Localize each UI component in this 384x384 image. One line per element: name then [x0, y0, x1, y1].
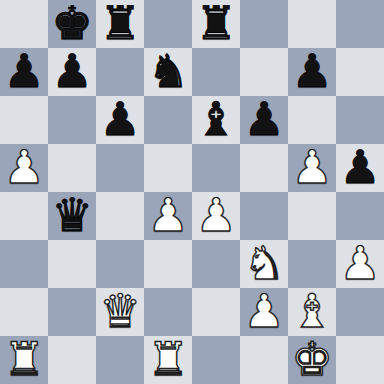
square-f1[interactable] — [240, 336, 288, 384]
square-g7[interactable]: ♟ — [288, 48, 336, 96]
white-pawn-h3[interactable]: ♟ — [339, 240, 380, 287]
black-bishop-e6[interactable]: ♝ — [195, 96, 236, 143]
white-rook-d1[interactable]: ♜ — [147, 336, 188, 383]
white-queen-c2[interactable]: ♛ — [99, 288, 140, 335]
square-d7[interactable]: ♞ — [144, 48, 192, 96]
white-king-g1[interactable]: ♚ — [291, 336, 332, 383]
square-g8[interactable] — [288, 0, 336, 48]
square-c5[interactable] — [96, 144, 144, 192]
square-b4[interactable]: ♛ — [48, 192, 96, 240]
square-d1[interactable]: ♜ — [144, 336, 192, 384]
square-e8[interactable]: ♜ — [192, 0, 240, 48]
square-a2[interactable] — [0, 288, 48, 336]
square-e2[interactable] — [192, 288, 240, 336]
square-c6[interactable]: ♟ — [96, 96, 144, 144]
square-f4[interactable] — [240, 192, 288, 240]
white-pawn-f2[interactable]: ♟ — [243, 288, 284, 335]
square-c4[interactable] — [96, 192, 144, 240]
square-e6[interactable]: ♝ — [192, 96, 240, 144]
black-pawn-g7[interactable]: ♟ — [291, 48, 332, 95]
black-rook-e8[interactable]: ♜ — [195, 0, 236, 47]
square-e1[interactable] — [192, 336, 240, 384]
square-d3[interactable] — [144, 240, 192, 288]
square-c8[interactable]: ♜ — [96, 0, 144, 48]
square-f7[interactable] — [240, 48, 288, 96]
square-e4[interactable]: ♟ — [192, 192, 240, 240]
square-d5[interactable] — [144, 144, 192, 192]
square-b5[interactable] — [48, 144, 96, 192]
square-h4[interactable] — [336, 192, 384, 240]
square-a5[interactable]: ♟ — [0, 144, 48, 192]
square-b7[interactable]: ♟ — [48, 48, 96, 96]
black-queen-b4[interactable]: ♛ — [51, 192, 92, 239]
square-g2[interactable]: ♝ — [288, 288, 336, 336]
square-h2[interactable] — [336, 288, 384, 336]
square-g5[interactable]: ♟ — [288, 144, 336, 192]
square-f8[interactable] — [240, 0, 288, 48]
black-pawn-b7[interactable]: ♟ — [51, 48, 92, 95]
chess-board: ♚♜♜♟♟♞♟♟♝♟♟♟♟♛♟♟♞♟♛♟♝♜♜♚ — [0, 0, 384, 384]
square-f5[interactable] — [240, 144, 288, 192]
square-b1[interactable] — [48, 336, 96, 384]
square-e3[interactable] — [192, 240, 240, 288]
white-knight-f3[interactable]: ♞ — [243, 240, 284, 287]
square-a6[interactable] — [0, 96, 48, 144]
square-e5[interactable] — [192, 144, 240, 192]
square-b8[interactable]: ♚ — [48, 0, 96, 48]
square-b3[interactable] — [48, 240, 96, 288]
square-g6[interactable] — [288, 96, 336, 144]
white-bishop-g2[interactable]: ♝ — [291, 288, 332, 335]
black-pawn-c6[interactable]: ♟ — [99, 96, 140, 143]
square-g4[interactable] — [288, 192, 336, 240]
square-h1[interactable] — [336, 336, 384, 384]
square-d6[interactable] — [144, 96, 192, 144]
square-e7[interactable] — [192, 48, 240, 96]
square-c7[interactable] — [96, 48, 144, 96]
square-c1[interactable] — [96, 336, 144, 384]
square-c2[interactable]: ♛ — [96, 288, 144, 336]
square-b6[interactable] — [48, 96, 96, 144]
square-f6[interactable]: ♟ — [240, 96, 288, 144]
black-pawn-a7[interactable]: ♟ — [3, 48, 44, 95]
square-h6[interactable] — [336, 96, 384, 144]
black-king-b8[interactable]: ♚ — [51, 0, 92, 47]
square-h5[interactable]: ♟ — [336, 144, 384, 192]
chess-board-container: ♚♜♜♟♟♞♟♟♝♟♟♟♟♛♟♟♞♟♛♟♝♜♜♚ — [0, 0, 384, 384]
square-g3[interactable] — [288, 240, 336, 288]
black-knight-d7[interactable]: ♞ — [147, 48, 188, 95]
square-a7[interactable]: ♟ — [0, 48, 48, 96]
white-pawn-d4[interactable]: ♟ — [147, 192, 188, 239]
square-a3[interactable] — [0, 240, 48, 288]
white-rook-a1[interactable]: ♜ — [3, 336, 44, 383]
black-pawn-f6[interactable]: ♟ — [243, 96, 284, 143]
square-a4[interactable] — [0, 192, 48, 240]
square-b2[interactable] — [48, 288, 96, 336]
white-pawn-a5[interactable]: ♟ — [3, 144, 44, 191]
square-d4[interactable]: ♟ — [144, 192, 192, 240]
square-a8[interactable] — [0, 0, 48, 48]
square-f3[interactable]: ♞ — [240, 240, 288, 288]
square-h3[interactable]: ♟ — [336, 240, 384, 288]
white-pawn-g5[interactable]: ♟ — [291, 144, 332, 191]
square-d8[interactable] — [144, 0, 192, 48]
square-g1[interactable]: ♚ — [288, 336, 336, 384]
square-h7[interactable] — [336, 48, 384, 96]
white-pawn-e4[interactable]: ♟ — [195, 192, 236, 239]
square-a1[interactable]: ♜ — [0, 336, 48, 384]
square-f2[interactable]: ♟ — [240, 288, 288, 336]
black-pawn-h5[interactable]: ♟ — [339, 144, 380, 191]
square-d2[interactable] — [144, 288, 192, 336]
square-h8[interactable] — [336, 0, 384, 48]
black-rook-c8[interactable]: ♜ — [99, 0, 140, 47]
square-c3[interactable] — [96, 240, 144, 288]
